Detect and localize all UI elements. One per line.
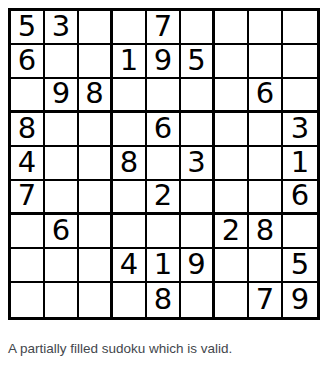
cell-r8c9: 5 <box>283 249 317 283</box>
cell-r8c1 <box>11 249 45 283</box>
cell-r9c8: 7 <box>249 283 283 317</box>
cell-r6c7 <box>215 181 249 215</box>
cell-r7c6 <box>181 215 215 249</box>
cell-r7c9 <box>283 215 317 249</box>
cell-r2c8 <box>249 45 283 79</box>
cell-r8c5: 1 <box>147 249 181 283</box>
cell-r1c2: 3 <box>45 11 79 45</box>
cell-r9c1 <box>11 283 45 317</box>
cell-r5c7 <box>215 147 249 181</box>
cell-r8c3 <box>79 249 113 283</box>
cell-r7c5 <box>147 215 181 249</box>
cell-r1c9 <box>283 11 317 45</box>
cell-r7c2: 6 <box>45 215 79 249</box>
cell-r7c8: 8 <box>249 215 283 249</box>
cell-r7c4 <box>113 215 147 249</box>
cell-r2c2 <box>45 45 79 79</box>
cell-r9c3 <box>79 283 113 317</box>
cell-r6c9: 6 <box>283 181 317 215</box>
cell-r5c1: 4 <box>11 147 45 181</box>
cell-r5c3 <box>79 147 113 181</box>
cell-r6c2 <box>45 181 79 215</box>
cell-r6c5: 2 <box>147 181 181 215</box>
sudoku-board: 537619598686348317266284195879 <box>8 8 320 320</box>
cell-r9c7 <box>215 283 249 317</box>
cell-r4c3 <box>79 113 113 147</box>
cell-r8c7 <box>215 249 249 283</box>
cell-r2c6: 5 <box>181 45 215 79</box>
cell-r9c4 <box>113 283 147 317</box>
cell-r1c1: 5 <box>11 11 45 45</box>
cell-r7c7: 2 <box>215 215 249 249</box>
cell-r8c6: 9 <box>181 249 215 283</box>
cell-r6c3 <box>79 181 113 215</box>
cell-r5c4: 8 <box>113 147 147 181</box>
cell-r5c2 <box>45 147 79 181</box>
cell-r6c4 <box>113 181 147 215</box>
cell-r1c5: 7 <box>147 11 181 45</box>
cell-r4c5: 6 <box>147 113 181 147</box>
cell-r1c3 <box>79 11 113 45</box>
cell-r4c4 <box>113 113 147 147</box>
cell-r4c2 <box>45 113 79 147</box>
cell-r2c1: 6 <box>11 45 45 79</box>
cell-r2c9 <box>283 45 317 79</box>
cell-r6c6 <box>181 181 215 215</box>
cell-r1c4 <box>113 11 147 45</box>
cell-r5c9: 1 <box>283 147 317 181</box>
cell-r1c6 <box>181 11 215 45</box>
cell-r7c1 <box>11 215 45 249</box>
cell-r4c8 <box>249 113 283 147</box>
cell-r2c5: 9 <box>147 45 181 79</box>
cell-r3c6 <box>181 79 215 113</box>
cell-r9c2 <box>45 283 79 317</box>
cell-r6c1: 7 <box>11 181 45 215</box>
sudoku-figure: 537619598686348317266284195879 <box>8 8 320 320</box>
cell-r5c5 <box>147 147 181 181</box>
cell-r3c1 <box>11 79 45 113</box>
cell-r3c5 <box>147 79 181 113</box>
cell-r9c5: 8 <box>147 283 181 317</box>
cell-r9c6 <box>181 283 215 317</box>
cell-r4c9: 3 <box>283 113 317 147</box>
cell-r4c1: 8 <box>11 113 45 147</box>
cell-r3c7 <box>215 79 249 113</box>
cell-r2c3 <box>79 45 113 79</box>
cell-r8c8 <box>249 249 283 283</box>
cell-r5c8 <box>249 147 283 181</box>
cell-r8c4: 4 <box>113 249 147 283</box>
cell-r4c6 <box>181 113 215 147</box>
cell-r3c3: 8 <box>79 79 113 113</box>
cell-r4c7 <box>215 113 249 147</box>
cell-r3c9 <box>283 79 317 113</box>
cell-r2c4: 1 <box>113 45 147 79</box>
figure-caption: A partially filled sudoku which is valid… <box>8 341 232 356</box>
cell-r1c8 <box>249 11 283 45</box>
cell-r1c7 <box>215 11 249 45</box>
cell-r7c3 <box>79 215 113 249</box>
cell-r2c7 <box>215 45 249 79</box>
cell-r3c2: 9 <box>45 79 79 113</box>
cell-r6c8 <box>249 181 283 215</box>
cell-r3c4 <box>113 79 147 113</box>
cell-r3c8: 6 <box>249 79 283 113</box>
cell-r8c2 <box>45 249 79 283</box>
cell-r5c6: 3 <box>181 147 215 181</box>
cell-r9c9: 9 <box>283 283 317 317</box>
